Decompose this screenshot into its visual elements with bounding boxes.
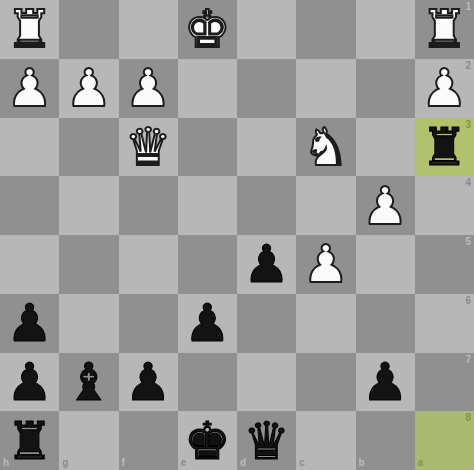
- square-h8[interactable]: ♜h: [0, 411, 59, 470]
- white-king-piece[interactable]: ♚: [184, 0, 231, 58]
- square-f3[interactable]: ♛: [119, 118, 178, 177]
- square-c5[interactable]: ♟: [296, 235, 355, 294]
- white-queen-piece[interactable]: ♛: [125, 118, 172, 176]
- square-e6[interactable]: ♟: [178, 294, 237, 353]
- square-a5[interactable]: 5: [415, 235, 474, 294]
- square-f1[interactable]: [119, 0, 178, 59]
- square-e7[interactable]: [178, 353, 237, 412]
- black-king-piece[interactable]: ♚: [184, 412, 231, 470]
- square-a8[interactable]: 8a: [415, 411, 474, 470]
- white-pawn-piece[interactable]: ♟: [421, 59, 468, 117]
- square-e5[interactable]: [178, 235, 237, 294]
- square-d6[interactable]: [237, 294, 296, 353]
- square-g1[interactable]: [59, 0, 118, 59]
- square-b2[interactable]: [356, 59, 415, 118]
- file-label-f: f: [122, 458, 125, 468]
- white-rook-piece[interactable]: ♜: [6, 0, 53, 58]
- square-g4[interactable]: [59, 176, 118, 235]
- square-a6[interactable]: 6: [415, 294, 474, 353]
- rank-label-4: 4: [465, 178, 471, 188]
- square-d2[interactable]: [237, 59, 296, 118]
- file-label-a: a: [418, 458, 424, 468]
- rank-label-6: 6: [465, 296, 471, 306]
- black-queen-piece[interactable]: ♛: [243, 412, 290, 470]
- file-label-g: g: [62, 458, 68, 468]
- square-b5[interactable]: [356, 235, 415, 294]
- square-c4[interactable]: [296, 176, 355, 235]
- square-f2[interactable]: ♟: [119, 59, 178, 118]
- square-d1[interactable]: [237, 0, 296, 59]
- black-pawn-piece[interactable]: ♟: [243, 235, 290, 293]
- black-rook-piece[interactable]: ♜: [6, 412, 53, 470]
- square-a2[interactable]: ♟2: [415, 59, 474, 118]
- square-b6[interactable]: [356, 294, 415, 353]
- square-c7[interactable]: [296, 353, 355, 412]
- square-g7[interactable]: ♝: [59, 353, 118, 412]
- square-b4[interactable]: ♟: [356, 176, 415, 235]
- file-label-b: b: [359, 458, 365, 468]
- square-h6[interactable]: ♟: [0, 294, 59, 353]
- square-f5[interactable]: [119, 235, 178, 294]
- square-c6[interactable]: [296, 294, 355, 353]
- file-label-c: c: [299, 458, 305, 468]
- square-e4[interactable]: [178, 176, 237, 235]
- square-b3[interactable]: [356, 118, 415, 177]
- square-e1[interactable]: ♚: [178, 0, 237, 59]
- square-g5[interactable]: [59, 235, 118, 294]
- square-g8[interactable]: g: [59, 411, 118, 470]
- square-b1[interactable]: [356, 0, 415, 59]
- square-d5[interactable]: ♟: [237, 235, 296, 294]
- square-f6[interactable]: [119, 294, 178, 353]
- square-g3[interactable]: [59, 118, 118, 177]
- square-h5[interactable]: [0, 235, 59, 294]
- square-e8[interactable]: ♚e: [178, 411, 237, 470]
- square-a1[interactable]: ♜1: [415, 0, 474, 59]
- black-rook-piece[interactable]: ♜: [421, 118, 468, 176]
- square-g2[interactable]: ♟: [59, 59, 118, 118]
- square-e2[interactable]: [178, 59, 237, 118]
- square-h4[interactable]: [0, 176, 59, 235]
- square-c3[interactable]: ♞: [296, 118, 355, 177]
- black-pawn-piece[interactable]: ♟: [6, 353, 53, 411]
- white-pawn-piece[interactable]: ♟: [6, 59, 53, 117]
- square-g6[interactable]: [59, 294, 118, 353]
- white-pawn-piece[interactable]: ♟: [362, 177, 409, 235]
- white-pawn-piece[interactable]: ♟: [303, 235, 350, 293]
- square-h1[interactable]: ♜: [0, 0, 59, 59]
- square-f7[interactable]: ♟: [119, 353, 178, 412]
- square-b8[interactable]: b: [356, 411, 415, 470]
- square-h7[interactable]: ♟: [0, 353, 59, 412]
- rank-label-5: 5: [465, 237, 471, 247]
- rank-label-7: 7: [465, 355, 471, 365]
- rank-label-8: 8: [465, 413, 471, 423]
- square-d8[interactable]: ♛d: [237, 411, 296, 470]
- square-b7[interactable]: ♟: [356, 353, 415, 412]
- white-knight-piece[interactable]: ♞: [303, 118, 350, 176]
- square-c2[interactable]: [296, 59, 355, 118]
- black-pawn-piece[interactable]: ♟: [125, 353, 172, 411]
- square-d3[interactable]: [237, 118, 296, 177]
- square-f4[interactable]: [119, 176, 178, 235]
- square-a4[interactable]: 4: [415, 176, 474, 235]
- square-a3[interactable]: ♜3: [415, 118, 474, 177]
- white-rook-piece[interactable]: ♜: [421, 0, 468, 58]
- square-c1[interactable]: [296, 0, 355, 59]
- black-bishop-piece[interactable]: ♝: [66, 353, 113, 411]
- square-h2[interactable]: ♟: [0, 59, 59, 118]
- white-pawn-piece[interactable]: ♟: [66, 59, 113, 117]
- square-h3[interactable]: [0, 118, 59, 177]
- square-f8[interactable]: f: [119, 411, 178, 470]
- square-d4[interactable]: [237, 176, 296, 235]
- white-pawn-piece[interactable]: ♟: [125, 59, 172, 117]
- square-d7[interactable]: [237, 353, 296, 412]
- chess-board: ♜♚♜1♟♟♟♟2♛♞♜3♟4♟♟5♟♟6♟♝♟♟7♜hgf♚e♛dcb8a: [0, 0, 474, 470]
- black-pawn-piece[interactable]: ♟: [6, 294, 53, 352]
- square-a7[interactable]: 7: [415, 353, 474, 412]
- black-pawn-piece[interactable]: ♟: [184, 294, 231, 352]
- black-pawn-piece[interactable]: ♟: [362, 353, 409, 411]
- square-c8[interactable]: c: [296, 411, 355, 470]
- square-e3[interactable]: [178, 118, 237, 177]
